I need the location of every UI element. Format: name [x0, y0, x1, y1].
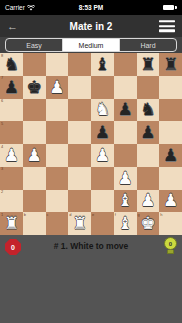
square-g3[interactable] [137, 167, 160, 190]
file-label-d: d [69, 213, 71, 217]
battery-icon [163, 5, 177, 10]
nav-header: ← Mate in 2 [0, 15, 182, 37]
piece-black-rook[interactable]: ♜ [140, 56, 155, 73]
difficulty-tabstrip: EasyMediumHard [0, 37, 182, 53]
square-e7[interactable] [91, 76, 114, 99]
square-e4[interactable]: ♟ [91, 144, 114, 167]
square-c6[interactable] [46, 99, 69, 122]
file-label-f: f [115, 213, 116, 217]
hint-count-label: 0 [169, 241, 172, 247]
square-f7[interactable] [114, 76, 137, 99]
square-c8[interactable] [46, 53, 69, 76]
difficulty-segmented-control: EasyMediumHard [5, 38, 177, 52]
square-e6[interactable]: ♞ [91, 99, 114, 122]
piece-white-pawn[interactable]: ♟ [49, 79, 64, 96]
rank-label-6: 6 [1, 99, 3, 103]
wifi-icon [27, 5, 35, 11]
square-b1[interactable]: b [23, 212, 46, 235]
square-c3[interactable] [46, 167, 69, 190]
rank-label-7: 7 [1, 76, 3, 80]
piece-white-knight[interactable]: ♞ [95, 101, 110, 118]
square-b2[interactable] [23, 190, 46, 213]
square-a3[interactable]: 3 [0, 167, 23, 190]
piece-black-pawn[interactable]: ♟ [163, 147, 178, 164]
piece-white-king[interactable]: ♚ [140, 215, 155, 232]
square-h6[interactable] [159, 99, 182, 122]
square-a6[interactable]: 6 [0, 99, 23, 122]
tab-hard[interactable]: Hard [119, 39, 176, 51]
rank-label-3: 3 [1, 167, 3, 171]
tab-easy[interactable]: Easy [6, 39, 62, 51]
piece-black-rook[interactable]: ♜ [163, 56, 178, 73]
piece-white-pawn[interactable]: ♟ [27, 147, 42, 164]
square-a5[interactable]: 5 [0, 121, 23, 144]
square-g5[interactable]: ♟ [137, 121, 160, 144]
square-d8[interactable] [68, 53, 91, 76]
square-b8[interactable] [23, 53, 46, 76]
square-d6[interactable] [68, 99, 91, 122]
piece-white-pawn[interactable]: ♟ [140, 192, 155, 209]
square-e2[interactable] [91, 190, 114, 213]
square-b7[interactable]: ♚ [23, 76, 46, 99]
piece-white-bishop[interactable]: ♝ [118, 192, 133, 209]
file-label-g: g [138, 213, 140, 217]
chess-board: 8♞♝♜♜7♟♚♟6♞♟♞5♟♟4♟♟♟♟3♟2♝♟♟1♜bcd♜ef♝g♚h [0, 53, 182, 235]
square-f8[interactable] [114, 53, 137, 76]
square-c1[interactable]: c [46, 212, 69, 235]
rank-label-5: 5 [1, 122, 3, 126]
square-c7[interactable]: ♟ [46, 76, 69, 99]
square-d7[interactable] [68, 76, 91, 99]
square-a7[interactable]: 7♟ [0, 76, 23, 99]
square-d3[interactable] [68, 167, 91, 190]
piece-black-bishop[interactable]: ♝ [95, 56, 110, 73]
square-h4[interactable]: ♟ [159, 144, 182, 167]
square-g7[interactable] [137, 76, 160, 99]
square-e3[interactable] [91, 167, 114, 190]
square-a8[interactable]: 8♞ [0, 53, 23, 76]
square-b6[interactable] [23, 99, 46, 122]
square-b5[interactable] [23, 121, 46, 144]
piece-black-knight[interactable]: ♞ [4, 56, 19, 73]
hint-button[interactable]: 0 [164, 237, 177, 254]
hamburger-icon [159, 20, 175, 22]
tab-medium[interactable]: Medium [62, 39, 119, 51]
rank-label-8: 8 [1, 54, 3, 58]
back-button[interactable]: ← [7, 21, 18, 32]
square-a2[interactable]: 2 [0, 190, 23, 213]
rank-label-1: 1 [1, 213, 3, 217]
piece-white-rook[interactable]: ♜ [72, 215, 87, 232]
square-f4[interactable] [114, 144, 137, 167]
square-f2[interactable]: ♝ [114, 190, 137, 213]
piece-white-bishop[interactable]: ♝ [118, 215, 133, 232]
piece-white-pawn[interactable]: ♟ [4, 147, 19, 164]
square-g2[interactable]: ♟ [137, 190, 160, 213]
piece-white-rook[interactable]: ♜ [4, 215, 19, 232]
square-h5[interactable] [159, 121, 182, 144]
square-h2[interactable]: ♟ [159, 190, 182, 213]
carrier-label: Carrier [5, 4, 25, 11]
square-h8[interactable]: ♜ [159, 53, 182, 76]
square-d2[interactable] [68, 190, 91, 213]
square-f5[interactable] [114, 121, 137, 144]
square-g6[interactable]: ♞ [137, 99, 160, 122]
lightbulb-icon: 0 [164, 237, 177, 250]
status-bar: Carrier 8:53 PM [0, 0, 182, 15]
page-title: Mate in 2 [70, 21, 113, 32]
square-g1[interactable]: g♚ [137, 212, 160, 235]
file-label-e: e [92, 213, 94, 217]
square-a1[interactable]: 1♜ [0, 212, 23, 235]
square-h1[interactable]: h [159, 212, 182, 235]
square-g8[interactable]: ♜ [137, 53, 160, 76]
square-d4[interactable] [68, 144, 91, 167]
square-h7[interactable] [159, 76, 182, 99]
square-c5[interactable] [46, 121, 69, 144]
piece-black-pawn[interactable]: ♟ [4, 79, 19, 96]
piece-black-knight[interactable]: ♞ [140, 101, 155, 118]
square-d1[interactable]: d♜ [68, 212, 91, 235]
square-f6[interactable]: ♟ [114, 99, 137, 122]
square-f3[interactable]: ♟ [114, 167, 137, 190]
piece-black-king[interactable]: ♚ [27, 79, 42, 96]
square-c2[interactable] [46, 190, 69, 213]
square-e5[interactable]: ♟ [91, 121, 114, 144]
piece-black-pawn[interactable]: ♟ [118, 101, 133, 118]
rank-label-2: 2 [1, 190, 3, 194]
file-label-h: h [160, 213, 162, 217]
lightbulb-base [167, 250, 174, 255]
piece-white-pawn[interactable]: ♟ [118, 170, 133, 187]
puzzle-status-text: # 1. White to move [0, 241, 182, 251]
square-g4[interactable] [137, 144, 160, 167]
file-label-b: b [24, 213, 26, 217]
piece-black-pawn[interactable]: ♟ [140, 124, 155, 141]
square-b4[interactable]: ♟ [23, 144, 46, 167]
piece-white-pawn[interactable]: ♟ [95, 147, 110, 164]
rank-label-4: 4 [1, 145, 3, 149]
back-arrow-icon: ← [7, 20, 18, 32]
square-h3[interactable] [159, 167, 182, 190]
square-e8[interactable]: ♝ [91, 53, 114, 76]
piece-black-pawn[interactable]: ♟ [95, 124, 110, 141]
square-e1[interactable]: e [91, 212, 114, 235]
menu-button[interactable] [159, 20, 175, 32]
square-d5[interactable] [68, 121, 91, 144]
square-a4[interactable]: 4♟ [0, 144, 23, 167]
square-f1[interactable]: f♝ [114, 212, 137, 235]
footer-bar: 0 # 1. White to move 0 [0, 235, 182, 323]
piece-white-pawn[interactable]: ♟ [163, 192, 178, 209]
file-label-c: c [47, 213, 49, 217]
square-b3[interactable] [23, 167, 46, 190]
square-c4[interactable] [46, 144, 69, 167]
